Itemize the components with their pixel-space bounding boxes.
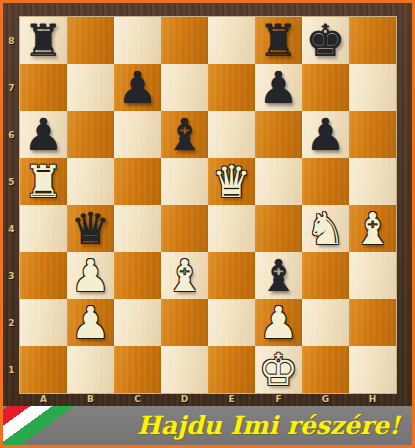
square-c7[interactable]: ♟	[114, 64, 161, 111]
piece-white-knight: ♞	[306, 207, 345, 251]
square-g5[interactable]	[302, 158, 349, 205]
square-e8[interactable]	[208, 17, 255, 64]
square-c8[interactable]	[114, 17, 161, 64]
square-a1[interactable]	[20, 346, 67, 393]
rank-label-1: 1	[3, 346, 20, 393]
piece-black-bishop: ♝	[165, 113, 204, 157]
piece-black-pawn: ♟	[24, 113, 63, 157]
piece-white-pawn: ♟	[71, 254, 110, 298]
square-e4[interactable]	[208, 205, 255, 252]
square-b7[interactable]	[67, 64, 114, 111]
file-label-f: F	[255, 393, 302, 406]
dedication-text: Hajdu Imi részére!	[137, 411, 400, 440]
square-b8[interactable]	[67, 17, 114, 64]
rank-label-2: 2	[3, 299, 20, 346]
square-f2[interactable]: ♟	[255, 299, 302, 346]
square-c3[interactable]	[114, 252, 161, 299]
square-d8[interactable]	[161, 17, 208, 64]
square-h2[interactable]	[349, 299, 396, 346]
piece-black-bishop: ♝	[259, 254, 298, 298]
square-e3[interactable]	[208, 252, 255, 299]
square-f3[interactable]: ♝	[255, 252, 302, 299]
square-b3[interactable]: ♟	[67, 252, 114, 299]
piece-white-pawn: ♟	[259, 301, 298, 345]
piece-black-pawn: ♟	[259, 66, 298, 110]
square-g4[interactable]: ♞	[302, 205, 349, 252]
square-h8[interactable]	[349, 17, 396, 64]
square-a7[interactable]	[20, 64, 67, 111]
rank-label-3: 3	[3, 252, 20, 299]
square-d7[interactable]	[161, 64, 208, 111]
rank-label-4: 4	[3, 205, 20, 252]
square-d4[interactable]	[161, 205, 208, 252]
square-h6[interactable]	[349, 111, 396, 158]
square-c5[interactable]	[114, 158, 161, 205]
piece-black-rook: ♜	[259, 19, 298, 63]
file-label-h: H	[349, 393, 396, 406]
square-f6[interactable]	[255, 111, 302, 158]
square-a4[interactable]	[20, 205, 67, 252]
file-label-c: C	[114, 393, 161, 406]
piece-white-pawn: ♟	[71, 301, 110, 345]
piece-white-bishop: ♝	[165, 254, 204, 298]
square-b4[interactable]: ♛	[67, 205, 114, 252]
square-b1[interactable]	[67, 346, 114, 393]
dedication-banner: Hajdu Imi részére!	[3, 406, 412, 445]
square-e2[interactable]	[208, 299, 255, 346]
square-g7[interactable]	[302, 64, 349, 111]
board-frame: 87654321 ♜♜♚♟♟♟♝♟♜♛♛♞♝♟♝♝♟♟♚ ABCDEFGH	[3, 3, 412, 406]
piece-white-rook: ♜	[24, 160, 63, 204]
square-g1[interactable]	[302, 346, 349, 393]
square-d6[interactable]: ♝	[161, 111, 208, 158]
square-a3[interactable]	[20, 252, 67, 299]
rank-label-5: 5	[3, 158, 20, 205]
square-e6[interactable]	[208, 111, 255, 158]
square-f7[interactable]: ♟	[255, 64, 302, 111]
rank-label-6: 6	[3, 111, 20, 158]
square-b6[interactable]	[67, 111, 114, 158]
square-g8[interactable]: ♚	[302, 17, 349, 64]
square-c6[interactable]	[114, 111, 161, 158]
file-label-a: A	[20, 393, 67, 406]
square-c2[interactable]	[114, 299, 161, 346]
file-label-d: D	[161, 393, 208, 406]
square-c1[interactable]	[114, 346, 161, 393]
piece-black-pawn: ♟	[118, 66, 157, 110]
square-d1[interactable]	[161, 346, 208, 393]
square-g6[interactable]: ♟	[302, 111, 349, 158]
square-g2[interactable]	[302, 299, 349, 346]
square-a8[interactable]: ♜	[20, 17, 67, 64]
chess-board: ♜♜♚♟♟♟♝♟♜♛♛♞♝♟♝♝♟♟♚	[20, 17, 396, 393]
square-g3[interactable]	[302, 252, 349, 299]
square-a5[interactable]: ♜	[20, 158, 67, 205]
square-e7[interactable]	[208, 64, 255, 111]
square-d2[interactable]	[161, 299, 208, 346]
square-f1[interactable]: ♚	[255, 346, 302, 393]
rank-label-8: 8	[3, 17, 20, 64]
piece-white-queen: ♛	[212, 160, 251, 204]
square-b5[interactable]	[67, 158, 114, 205]
rank-label-7: 7	[3, 64, 20, 111]
file-labels: ABCDEFGH	[20, 393, 396, 406]
square-f8[interactable]: ♜	[255, 17, 302, 64]
piece-black-queen: ♛	[71, 207, 110, 251]
piece-black-rook: ♜	[24, 19, 63, 63]
file-label-g: G	[302, 393, 349, 406]
square-d5[interactable]	[161, 158, 208, 205]
square-c4[interactable]	[114, 205, 161, 252]
square-a2[interactable]	[20, 299, 67, 346]
square-e1[interactable]	[208, 346, 255, 393]
file-label-e: E	[208, 393, 255, 406]
square-a6[interactable]: ♟	[20, 111, 67, 158]
square-e5[interactable]: ♛	[208, 158, 255, 205]
square-h3[interactable]	[349, 252, 396, 299]
rank-labels: 87654321	[3, 17, 20, 393]
square-h7[interactable]	[349, 64, 396, 111]
square-d3[interactable]: ♝	[161, 252, 208, 299]
piece-black-pawn: ♟	[306, 113, 345, 157]
file-label-b: B	[67, 393, 114, 406]
square-h1[interactable]	[349, 346, 396, 393]
chess-diagram: 87654321 ♜♜♚♟♟♟♝♟♜♛♛♞♝♟♝♝♟♟♚ ABCDEFGH Ha…	[0, 0, 415, 448]
square-f4[interactable]	[255, 205, 302, 252]
square-f5[interactable]	[255, 158, 302, 205]
piece-black-king: ♚	[306, 19, 345, 63]
square-b2[interactable]: ♟	[67, 299, 114, 346]
piece-white-king: ♚	[259, 348, 298, 392]
piece-white-bishop: ♝	[353, 207, 392, 251]
square-h5[interactable]	[349, 158, 396, 205]
square-h4[interactable]: ♝	[349, 205, 396, 252]
